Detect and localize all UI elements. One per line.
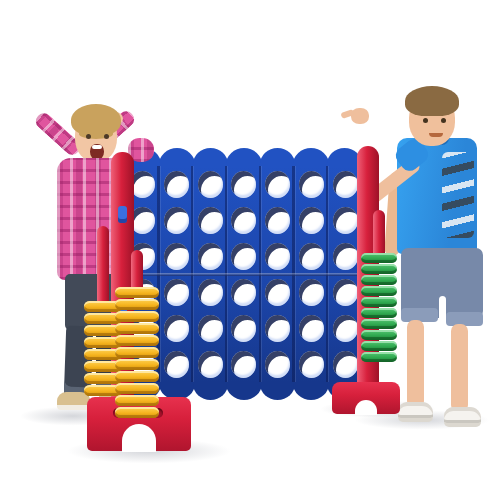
empty-hole <box>231 351 256 378</box>
storage-post <box>373 210 385 254</box>
product-photo-giant-connect-four <box>0 0 500 500</box>
empty-hole <box>198 243 223 270</box>
boy-leg <box>407 320 424 408</box>
base-foot-right <box>332 382 400 414</box>
board-cell-r1c5 <box>261 166 295 202</box>
green-ring <box>361 253 397 263</box>
board-cell-r3c3 <box>193 238 227 274</box>
yellow-ring <box>115 371 159 382</box>
board-cell-r2c6 <box>295 202 329 238</box>
green-ring <box>361 275 397 285</box>
empty-hole <box>231 279 256 306</box>
empty-hole <box>299 351 324 378</box>
board-scallop <box>260 382 295 400</box>
empty-hole <box>198 351 223 378</box>
boy-eye <box>441 118 446 123</box>
girl-eye <box>104 134 109 139</box>
board-cell-r2c3 <box>193 202 227 238</box>
ring-pile <box>115 286 159 418</box>
empty-hole <box>265 171 290 198</box>
connect-four-board <box>126 148 362 400</box>
board-cell-r4c2 <box>160 274 194 310</box>
green-ring <box>361 308 397 318</box>
blue-slider-button <box>118 206 127 223</box>
board-scallop <box>260 148 295 166</box>
yellow-ring <box>115 407 159 418</box>
stack-green <box>361 210 397 362</box>
empty-hole <box>231 207 256 234</box>
yellow-ring <box>115 311 159 322</box>
boy-sneaker <box>398 402 433 422</box>
board-cell-r6c6 <box>295 346 329 382</box>
board-cell-r1c2 <box>160 166 194 202</box>
yellow-ring <box>115 323 159 334</box>
empty-hole <box>333 279 358 306</box>
girl-hair <box>71 104 121 136</box>
board-cell-r4c4 <box>227 274 261 310</box>
board-cell-r4c5 <box>261 274 295 310</box>
empty-hole <box>333 207 358 234</box>
yellow-ring <box>115 395 159 406</box>
empty-hole <box>265 351 290 378</box>
board-scallop <box>293 382 328 400</box>
board-cell-r5c3 <box>193 310 227 346</box>
board-scallop <box>193 382 228 400</box>
girl-eye <box>86 134 91 139</box>
empty-hole <box>231 315 256 342</box>
boy-eye <box>423 118 428 123</box>
board-cell-r6c5 <box>261 346 295 382</box>
empty-hole <box>198 315 223 342</box>
board-cell-r2c4 <box>227 202 261 238</box>
storage-post <box>131 250 143 288</box>
board-cell-r4c3 <box>193 274 227 310</box>
yellow-ring <box>115 359 159 370</box>
board-scallop <box>226 148 261 166</box>
empty-hole <box>164 243 189 270</box>
empty-hole <box>231 243 256 270</box>
stack-yellow-front <box>115 250 159 418</box>
empty-hole <box>299 315 324 342</box>
green-ring <box>361 319 397 329</box>
board-cell-r5c2 <box>160 310 194 346</box>
empty-hole <box>130 171 155 198</box>
empty-hole <box>265 243 290 270</box>
board-cell-r4c6 <box>295 274 329 310</box>
board-cell-r5c5 <box>261 310 295 346</box>
board-cell-r1c4 <box>227 166 261 202</box>
board-scallop <box>159 148 194 166</box>
board-cell-r6c2 <box>160 346 194 382</box>
base-arch-cutout <box>122 424 156 452</box>
board-top-scallops <box>126 148 362 166</box>
board-body <box>126 166 362 382</box>
empty-hole <box>198 171 223 198</box>
empty-hole <box>299 243 324 270</box>
board-middle-seam <box>126 273 362 276</box>
empty-hole <box>299 207 324 234</box>
board-scallop <box>293 148 328 166</box>
empty-hole <box>130 207 155 234</box>
base-arch-cutout <box>355 400 377 415</box>
empty-hole <box>198 207 223 234</box>
green-ring <box>361 352 397 362</box>
empty-hole <box>231 171 256 198</box>
board-cell-r5c6 <box>295 310 329 346</box>
board-cell-r3c4 <box>227 238 261 274</box>
green-ring <box>361 297 397 307</box>
storage-post <box>97 226 109 302</box>
boy-shorts-cuff <box>446 312 483 326</box>
board-scallop <box>193 148 228 166</box>
board-cell-r3c6 <box>295 238 329 274</box>
yellow-ring <box>115 347 159 358</box>
empty-hole <box>333 243 358 270</box>
empty-hole <box>265 279 290 306</box>
empty-hole <box>164 279 189 306</box>
green-ring <box>361 286 397 296</box>
green-ring <box>361 264 397 274</box>
empty-hole <box>299 279 324 306</box>
empty-hole <box>333 315 358 342</box>
empty-hole <box>333 171 358 198</box>
board-cell-r1c6 <box>295 166 329 202</box>
green-ring <box>361 341 397 351</box>
boy-mouth <box>429 133 443 137</box>
board-cell-r5c4 <box>227 310 261 346</box>
ring-pile <box>361 252 397 362</box>
board-cell-r3c5 <box>261 238 295 274</box>
green-ring <box>361 330 397 340</box>
yellow-ring <box>115 335 159 346</box>
empty-hole <box>299 171 324 198</box>
yellow-ring <box>115 299 159 310</box>
board-cell-r2c2 <box>160 202 194 238</box>
board-cell-r3c2 <box>160 238 194 274</box>
empty-hole <box>265 207 290 234</box>
empty-hole <box>164 315 189 342</box>
yellow-ring <box>115 287 159 298</box>
board-scallop <box>226 382 261 400</box>
board-cell-r2c5 <box>261 202 295 238</box>
empty-hole <box>198 279 223 306</box>
yellow-ring <box>115 383 159 394</box>
empty-hole <box>333 351 358 378</box>
boy-hair <box>405 86 459 116</box>
board-cell-r6c4 <box>227 346 261 382</box>
board-cell-r6c3 <box>193 346 227 382</box>
empty-hole <box>164 351 189 378</box>
boy-sneaker <box>444 407 481 427</box>
board-cell-r1c3 <box>193 166 227 202</box>
empty-hole <box>164 207 189 234</box>
empty-hole <box>164 171 189 198</box>
boy-fist <box>351 108 369 124</box>
empty-hole <box>265 315 290 342</box>
boy-leg <box>451 324 468 412</box>
